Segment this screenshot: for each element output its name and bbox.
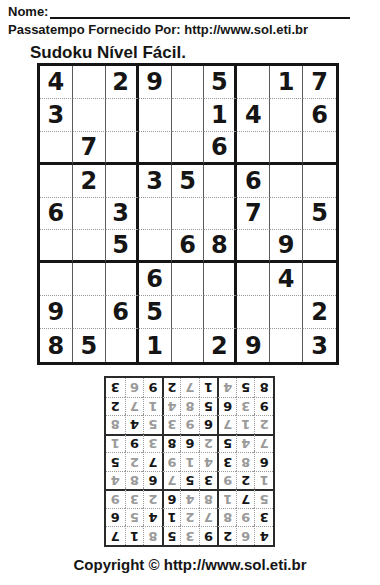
sudoku-cell: 3 (139, 165, 172, 198)
sudoku-cell: 7 (237, 198, 270, 231)
sudoku-cell[interactable] (303, 230, 336, 263)
solution-cell: 6 (143, 471, 162, 490)
sudoku-cell: 7 (73, 132, 106, 165)
solution-cell: 3 (162, 415, 181, 434)
solution-cell: 2 (217, 526, 236, 545)
provider-line: Passatempo Fornecido Por: http://www.sol… (8, 22, 372, 37)
sudoku-cell[interactable] (204, 198, 237, 231)
solution-cell: 1 (143, 397, 162, 416)
sudoku-cell: 9 (139, 66, 172, 99)
sudoku-cell[interactable] (73, 66, 106, 99)
page-title: Sudoku Nível Fácil. (30, 43, 372, 63)
solution-cell: 1 (180, 452, 199, 471)
sudoku-cell[interactable] (270, 132, 303, 165)
solution-cell: 2 (143, 489, 162, 508)
sudoku-cell: 5 (139, 296, 172, 329)
sudoku-cell: 9 (40, 296, 73, 329)
solution-cell: 4 (106, 471, 125, 490)
sudoku-cell[interactable] (106, 263, 139, 296)
sudoku-cell[interactable] (237, 296, 270, 329)
sudoku-cell[interactable] (106, 132, 139, 165)
sudoku-cell: 5 (204, 66, 237, 99)
sudoku-cell[interactable] (106, 165, 139, 198)
solution-cell: 9 (199, 526, 218, 545)
sudoku-cell[interactable] (303, 132, 336, 165)
solution-cell: 2 (254, 415, 273, 434)
sudoku-cell[interactable] (106, 329, 139, 362)
sudoku-cell: 1 (139, 329, 172, 362)
solution-cell: 8 (254, 378, 273, 397)
sudoku-cell: 3 (106, 198, 139, 231)
sudoku-cell[interactable] (270, 99, 303, 132)
sudoku-cell[interactable] (172, 296, 205, 329)
sudoku-cell: 2 (303, 296, 336, 329)
solution-cell: 7 (236, 489, 255, 508)
solution-cell: 7 (180, 378, 199, 397)
solution-cell: 9 (236, 508, 255, 527)
sudoku-cell: 4 (40, 66, 73, 99)
solution-cell: 8 (125, 471, 144, 490)
sudoku-cell: 5 (303, 198, 336, 231)
sudoku-cell[interactable] (172, 329, 205, 362)
solution-cell: 7 (162, 471, 181, 490)
solution-cell: 8 (143, 526, 162, 545)
sudoku-cell: 6 (139, 263, 172, 296)
solution-cell: 4 (199, 452, 218, 471)
solution-cell: 4 (236, 434, 255, 453)
solution-cell: 7 (217, 415, 236, 434)
sudoku-cell[interactable] (40, 230, 73, 263)
solution-cell: 8 (106, 415, 125, 434)
solution-cell: 4 (180, 489, 199, 508)
sudoku-cell[interactable] (106, 99, 139, 132)
solution-cell: 1 (199, 378, 218, 397)
solution-cell: 1 (236, 415, 255, 434)
solution-cell: 8 (180, 397, 199, 416)
sudoku-cell[interactable] (172, 66, 205, 99)
solution-cell: 9 (162, 452, 181, 471)
sudoku-cell: 6 (237, 165, 270, 198)
sudoku-cell[interactable] (204, 165, 237, 198)
sudoku-cell: 2 (73, 165, 106, 198)
sudoku-cell[interactable] (303, 263, 336, 296)
sudoku-cell[interactable] (40, 263, 73, 296)
solution-cell: 5 (199, 397, 218, 416)
solution-cell: 7 (106, 526, 125, 545)
solution-cell: 3 (106, 378, 125, 397)
sudoku-cell: 5 (73, 329, 106, 362)
name-row: Nome: (8, 2, 372, 19)
sudoku-cell: 3 (40, 99, 73, 132)
sudoku-cell: 7 (303, 66, 336, 99)
solution-cell: 5 (180, 471, 199, 490)
solution-cell: 1 (106, 434, 125, 453)
sudoku-cell: 5 (172, 165, 205, 198)
solution-cell: 5 (106, 452, 125, 471)
sudoku-cell[interactable] (237, 263, 270, 296)
sudoku-cell[interactable] (172, 132, 205, 165)
solution-cell: 5 (143, 415, 162, 434)
page-header: Nome: Passatempo Fornecido Por: http://w… (8, 2, 372, 63)
solution-cell: 6 (199, 415, 218, 434)
sudoku-cell[interactable] (73, 230, 106, 263)
sudoku-cell[interactable] (73, 263, 106, 296)
sudoku-cell[interactable] (237, 230, 270, 263)
sudoku-cell: 6 (303, 99, 336, 132)
solution-cell: 5 (254, 489, 273, 508)
sudoku-cell[interactable] (139, 132, 172, 165)
sudoku-cell[interactable] (270, 198, 303, 231)
copyright-text: Copyright © http://www.sol.eti.br (0, 556, 380, 573)
solution-cell: 4 (162, 397, 181, 416)
solution-cell: 9 (254, 397, 273, 416)
solution-cell: 6 (217, 397, 236, 416)
sudoku-cell: 3 (303, 329, 336, 362)
solution-cell: 6 (162, 489, 181, 508)
sudoku-cell[interactable] (139, 230, 172, 263)
solution-cell: 2 (236, 471, 255, 490)
sudoku-cell: 2 (106, 66, 139, 99)
solution-cell: 2 (199, 434, 218, 453)
solution-cell: 1 (162, 508, 181, 527)
sudoku-cell: 9 (237, 329, 270, 362)
solution-cell: 3 (180, 526, 199, 545)
solution-cell: 6 (106, 508, 125, 527)
solution-cell: 8 (217, 508, 236, 527)
sudoku-cell: 1 (204, 99, 237, 132)
solution-cell: 2 (162, 378, 181, 397)
solution-cell: 3 (236, 397, 255, 416)
solution-cell: 2 (125, 452, 144, 471)
solution-cell: 1 (125, 526, 144, 545)
sudoku-cell[interactable] (172, 99, 205, 132)
solution-cell: 3 (199, 471, 218, 490)
sudoku-cell[interactable] (204, 296, 237, 329)
sudoku-cell: 9 (270, 230, 303, 263)
solution-cell: 7 (199, 508, 218, 527)
solution-cell: 6 (180, 434, 199, 453)
solution-cell: 9 (180, 415, 199, 434)
solution-cell: 4 (143, 508, 162, 527)
solution-cell: 4 (125, 415, 144, 434)
sudoku-cell[interactable] (172, 198, 205, 231)
solution-cell: 2 (180, 508, 199, 527)
sudoku-cell[interactable] (73, 99, 106, 132)
solution-cell: 1 (254, 471, 273, 490)
sudoku-cell: 6 (106, 296, 139, 329)
solution-cell: 1 (217, 489, 236, 508)
sudoku-cell[interactable] (40, 132, 73, 165)
sudoku-cell: 6 (172, 230, 205, 263)
solution-cell: 6 (254, 452, 273, 471)
solution-cell: 8 (162, 434, 181, 453)
solution-cell: 9 (106, 489, 125, 508)
solution-cell: 7 (125, 397, 144, 416)
sudoku-cell[interactable] (73, 198, 106, 231)
sudoku-cell[interactable] (73, 296, 106, 329)
solution-cell: 9 (125, 434, 144, 453)
solution-cell: 3 (254, 508, 273, 527)
sudoku-cell: 4 (237, 99, 270, 132)
solution-cell: 3 (217, 452, 236, 471)
sudoku-cell: 5 (106, 230, 139, 263)
sudoku-cell: 6 (204, 132, 237, 165)
sudoku-cell[interactable] (237, 66, 270, 99)
solution-cell: 3 (143, 434, 162, 453)
sudoku-cell: 2 (204, 329, 237, 362)
solution-cell: 5 (236, 378, 255, 397)
sudoku-cell: 8 (40, 329, 73, 362)
name-blank-line (50, 4, 350, 19)
sudoku-cell[interactable] (172, 263, 205, 296)
solution-cell: 5 (125, 508, 144, 527)
sudoku-cell: 1 (270, 66, 303, 99)
solution-cell: 3 (125, 489, 144, 508)
sudoku-cell[interactable] (270, 165, 303, 198)
sudoku-cell[interactable] (40, 165, 73, 198)
sudoku-solution-grid: 4629358173987214565718462391293576846834… (104, 376, 275, 547)
sudoku-cell[interactable] (139, 99, 172, 132)
sudoku-cell: 4 (270, 263, 303, 296)
solution-cell: 2 (106, 397, 125, 416)
sudoku-grid: 429517314676235663755689649652851293 (37, 63, 339, 365)
solution-cell: 7 (254, 434, 273, 453)
sudoku-cell: 8 (204, 230, 237, 263)
sudoku-cell[interactable] (270, 296, 303, 329)
solution-cell: 5 (217, 434, 236, 453)
solution-cell: 8 (199, 489, 218, 508)
solution-cell: 8 (236, 452, 255, 471)
sudoku-cell[interactable] (237, 132, 270, 165)
solution-cell: 4 (217, 378, 236, 397)
sudoku-cell[interactable] (270, 329, 303, 362)
name-label: Nome: (8, 4, 48, 19)
solution-cell: 6 (236, 526, 255, 545)
solution-cell: 5 (162, 526, 181, 545)
sudoku-cell: 6 (40, 198, 73, 231)
solution-cell: 9 (143, 378, 162, 397)
sudoku-cell[interactable] (204, 263, 237, 296)
solution-cell: 4 (254, 526, 273, 545)
sudoku-cell[interactable] (303, 165, 336, 198)
solution-cell: 6 (125, 378, 144, 397)
solution-cell: 7 (143, 452, 162, 471)
solution-cell: 9 (217, 471, 236, 490)
sudoku-cell[interactable] (139, 198, 172, 231)
